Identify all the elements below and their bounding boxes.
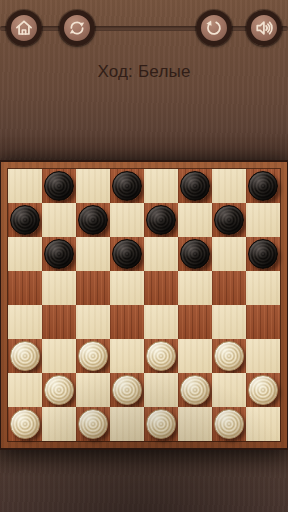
square-a6 (8, 237, 42, 271)
white-piece-c1[interactable] (78, 409, 108, 439)
square-g6 (212, 237, 246, 271)
board-frame (1, 162, 287, 448)
square-a1[interactable] (8, 407, 42, 441)
square-e3[interactable] (144, 339, 178, 373)
square-c4 (76, 305, 110, 339)
black-piece-b8[interactable] (44, 171, 74, 201)
square-f6[interactable] (178, 237, 212, 271)
square-h7 (246, 203, 280, 237)
square-e1[interactable] (144, 407, 178, 441)
white-piece-d2[interactable] (112, 375, 142, 405)
square-d8[interactable] (110, 169, 144, 203)
square-d1 (110, 407, 144, 441)
black-piece-c7[interactable] (78, 205, 108, 235)
square-c8 (76, 169, 110, 203)
square-b1 (42, 407, 76, 441)
black-piece-h8[interactable] (248, 171, 278, 201)
square-e8 (144, 169, 178, 203)
square-c7[interactable] (76, 203, 110, 237)
square-h3 (246, 339, 280, 373)
square-f8[interactable] (178, 169, 212, 203)
square-e7[interactable] (144, 203, 178, 237)
square-b3 (42, 339, 76, 373)
square-f1 (178, 407, 212, 441)
square-h8[interactable] (246, 169, 280, 203)
square-c3[interactable] (76, 339, 110, 373)
square-a8 (8, 169, 42, 203)
undo-icon (204, 18, 224, 38)
square-b7 (42, 203, 76, 237)
white-piece-a1[interactable] (10, 409, 40, 439)
square-b5 (42, 271, 76, 305)
square-e6 (144, 237, 178, 271)
white-piece-c3[interactable] (78, 341, 108, 371)
square-a3[interactable] (8, 339, 42, 373)
white-piece-f2[interactable] (180, 375, 210, 405)
white-piece-e1[interactable] (146, 409, 176, 439)
black-piece-e7[interactable] (146, 205, 176, 235)
square-f5 (178, 271, 212, 305)
black-piece-g7[interactable] (214, 205, 244, 235)
square-f7 (178, 203, 212, 237)
square-b2[interactable] (42, 373, 76, 407)
square-g3[interactable] (212, 339, 246, 373)
square-f4[interactable] (178, 305, 212, 339)
toolbar-divider (0, 26, 288, 31)
turn-status: Ход: Белые (0, 62, 288, 82)
square-g7[interactable] (212, 203, 246, 237)
square-d7 (110, 203, 144, 237)
square-a7[interactable] (8, 203, 42, 237)
white-piece-g3[interactable] (214, 341, 244, 371)
square-h1 (246, 407, 280, 441)
square-d6[interactable] (110, 237, 144, 271)
undo-button[interactable] (196, 10, 232, 46)
square-g4 (212, 305, 246, 339)
restart-button[interactable] (59, 10, 95, 46)
game-screen: Ход: Белые (0, 0, 288, 512)
square-g5[interactable] (212, 271, 246, 305)
white-piece-g1[interactable] (214, 409, 244, 439)
square-a4 (8, 305, 42, 339)
square-h6[interactable] (246, 237, 280, 271)
square-g8 (212, 169, 246, 203)
square-h5 (246, 271, 280, 305)
square-d2[interactable] (110, 373, 144, 407)
sound-button[interactable] (246, 10, 282, 46)
square-h2[interactable] (246, 373, 280, 407)
square-e5[interactable] (144, 271, 178, 305)
home-icon (14, 18, 34, 38)
white-piece-b2[interactable] (44, 375, 74, 405)
square-b4[interactable] (42, 305, 76, 339)
square-c1[interactable] (76, 407, 110, 441)
square-d5 (110, 271, 144, 305)
white-piece-h2[interactable] (248, 375, 278, 405)
black-piece-h6[interactable] (248, 239, 278, 269)
square-c5[interactable] (76, 271, 110, 305)
square-a2 (8, 373, 42, 407)
square-d3 (110, 339, 144, 373)
speaker-icon (254, 18, 274, 38)
black-piece-d8[interactable] (112, 171, 142, 201)
square-f2[interactable] (178, 373, 212, 407)
square-b8[interactable] (42, 169, 76, 203)
square-g1[interactable] (212, 407, 246, 441)
white-piece-e3[interactable] (146, 341, 176, 371)
square-c6 (76, 237, 110, 271)
square-d4[interactable] (110, 305, 144, 339)
square-e4 (144, 305, 178, 339)
board-grid[interactable] (8, 169, 280, 441)
white-piece-a3[interactable] (10, 341, 40, 371)
black-piece-f8[interactable] (180, 171, 210, 201)
square-c2 (76, 373, 110, 407)
home-button[interactable] (6, 10, 42, 46)
square-a5[interactable] (8, 271, 42, 305)
square-g2 (212, 373, 246, 407)
square-h4[interactable] (246, 305, 280, 339)
square-f3 (178, 339, 212, 373)
black-piece-d6[interactable] (112, 239, 142, 269)
square-b6[interactable] (42, 237, 76, 271)
square-e2 (144, 373, 178, 407)
black-piece-b6[interactable] (44, 239, 74, 269)
black-piece-a7[interactable] (10, 205, 40, 235)
restart-icon (67, 18, 87, 38)
black-piece-f6[interactable] (180, 239, 210, 269)
